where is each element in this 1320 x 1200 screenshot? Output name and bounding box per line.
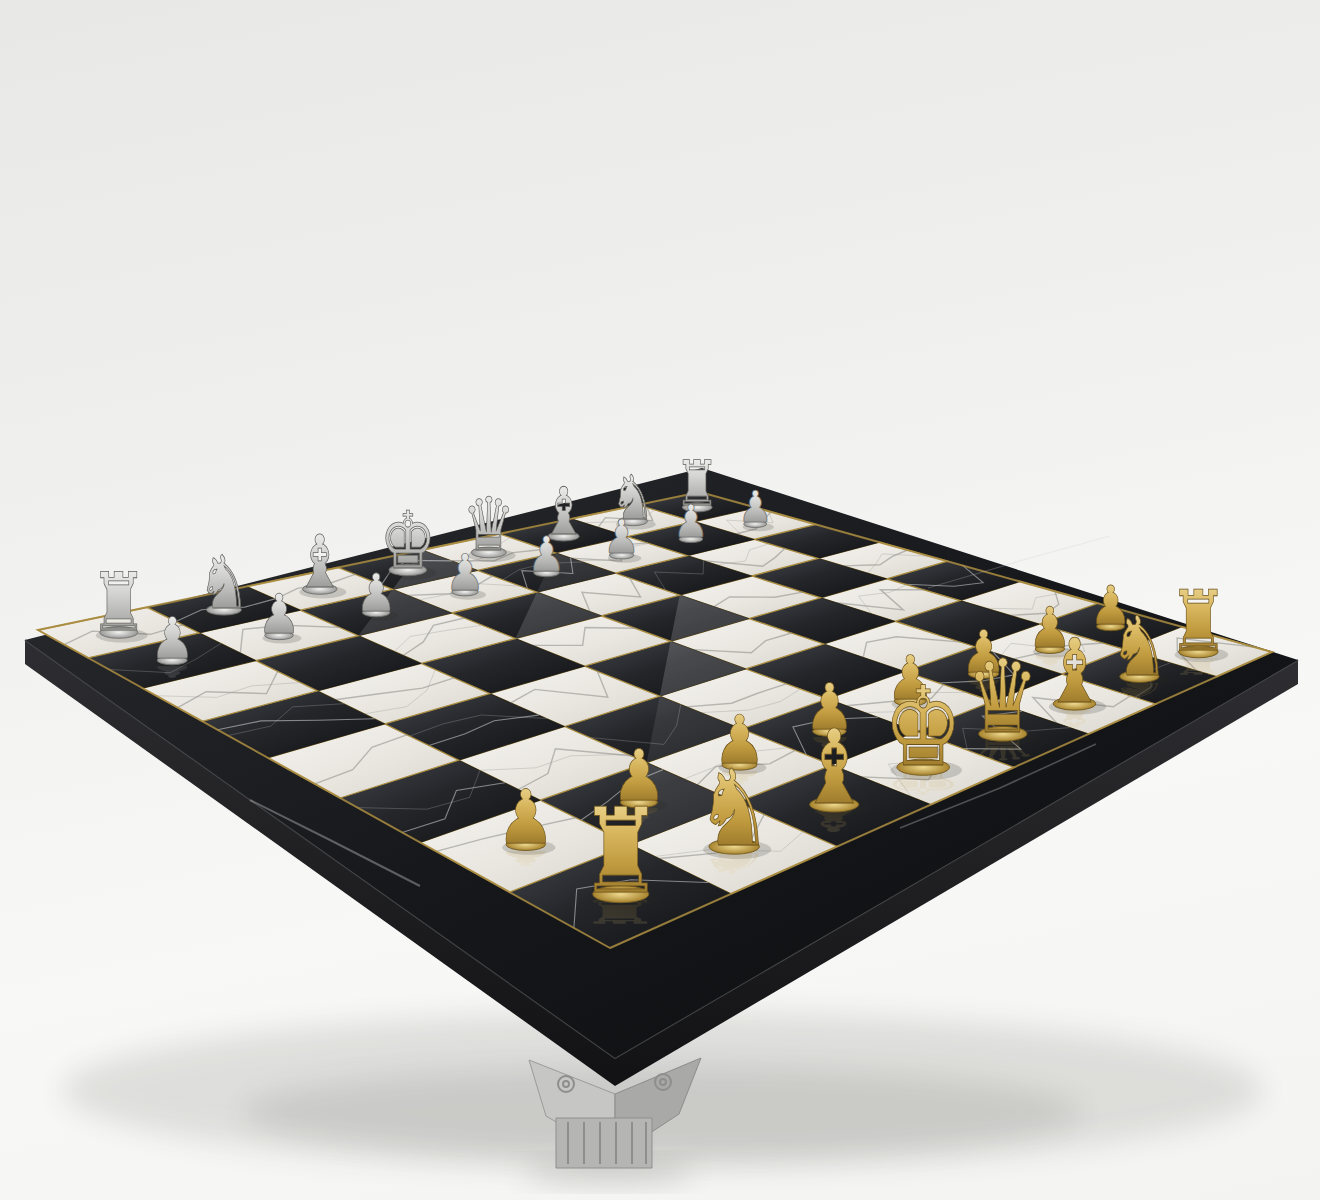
- piece-gold-rook-a1: ♜♜: [1169, 572, 1229, 679]
- svg-text:♞: ♞: [696, 746, 772, 870]
- svg-text:♚: ♚: [884, 662, 963, 791]
- svg-text:♛: ♛: [966, 638, 1039, 756]
- piece-silver-pawn-g7: ♟: [257, 582, 301, 646]
- svg-text:♜: ♜: [579, 783, 663, 920]
- piece-silver-pawn-c7: ♟: [603, 510, 641, 564]
- piece-silver-knight-g8: ♞: [198, 539, 251, 625]
- piece-gold-rook-h1: ♜♜: [579, 783, 663, 930]
- chess-set-photo-scene: ♜♞♟♝♟♛♟♚♟♝♟♞♟♟♜♟♟♟♜♜♟♟♟♟♞♞♟♟♝♝♟♟♛♛♟♟♚♚♟♟…: [0, 0, 1320, 1200]
- svg-text:♞: ♞: [1110, 598, 1169, 694]
- piece-silver-pawn-h7: ♟♟: [150, 605, 196, 681]
- svg-text:♟: ♟: [496, 774, 555, 861]
- svg-text:♝: ♝: [294, 520, 346, 605]
- piece-silver-pawn-a7: ♟: [738, 482, 774, 533]
- svg-text:♟: ♟: [445, 543, 485, 601]
- piece-silver-pawn-d7: ♟: [527, 526, 566, 582]
- piece-silver-rook-h8: ♜: [90, 555, 148, 649]
- svg-text:♜: ♜: [1169, 572, 1229, 669]
- svg-text:♝: ♝: [1043, 619, 1107, 723]
- piece-gold-knight-g1: ♞♞: [696, 746, 772, 880]
- svg-text:♟: ♟: [673, 495, 709, 548]
- piece-gold-queen-d1: ♛♛: [966, 638, 1039, 766]
- piece-gold-bishop-f1: ♝♝: [797, 706, 871, 836]
- piece-silver-pawn-e7: ♟: [445, 543, 486, 601]
- svg-text:♜: ♜: [90, 555, 148, 649]
- piece-silver-bishop-f8: ♝: [294, 520, 347, 605]
- chessboard: ♜♞♟♝♟♛♟♚♟♝♟♞♟♟♜♟♟♟♜♜♟♟♟♟♞♞♟♟♝♝♟♟♛♛♟♟♚♚♟♟…: [0, 0, 1320, 1200]
- piece-gold-pawn-h2: ♟♟: [496, 774, 555, 870]
- svg-text:♟: ♟: [738, 482, 773, 533]
- svg-text:♟: ♟: [257, 582, 300, 646]
- piece-gold-bishop-c1: ♝♝: [1043, 619, 1107, 732]
- svg-text:♟: ♟: [150, 605, 195, 672]
- piece-silver-pawn-b7: ♟: [673, 495, 710, 548]
- svg-text:♟: ♟: [356, 562, 397, 624]
- piece-silver-pawn-f7: ♟: [356, 562, 398, 624]
- svg-text:♟: ♟: [527, 526, 565, 582]
- svg-text:♝: ♝: [797, 706, 871, 826]
- svg-text:♟: ♟: [603, 510, 640, 564]
- svg-text:♞: ♞: [198, 539, 251, 625]
- piece-gold-king-e1: ♚♚: [884, 662, 963, 801]
- piece-gold-knight-b1: ♞♞: [1110, 598, 1169, 703]
